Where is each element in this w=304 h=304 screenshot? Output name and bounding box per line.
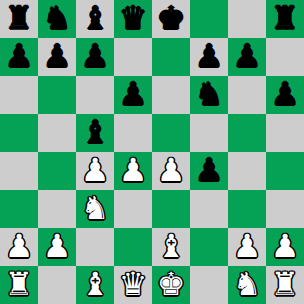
square-g3[interactable] [228,190,266,228]
black-knight[interactable]: ♞ [43,0,72,37]
square-a4[interactable] [0,152,38,190]
black-pawn[interactable]: ♟ [119,76,148,113]
black-pawn[interactable]: ♟ [81,38,110,75]
black-pawn[interactable]: ♟ [271,76,300,113]
square-g5[interactable] [228,114,266,152]
square-a2[interactable]: ♟ [0,228,38,266]
black-pawn[interactable]: ♟ [195,152,224,189]
black-pawn[interactable]: ♟ [5,38,34,75]
black-pawn[interactable]: ♟ [233,38,262,75]
square-a3[interactable] [0,190,38,228]
square-h1[interactable]: ♜ [266,266,304,304]
square-b2[interactable]: ♟ [38,228,76,266]
white-pawn[interactable]: ♟ [81,152,110,189]
white-king[interactable]: ♚ [157,266,186,303]
square-c4[interactable]: ♟ [76,152,114,190]
square-h2[interactable]: ♟ [266,228,304,266]
black-pawn[interactable]: ♟ [43,38,72,75]
square-g8[interactable] [228,0,266,38]
square-d5[interactable] [114,114,152,152]
square-f5[interactable] [190,114,228,152]
square-b7[interactable]: ♟ [38,38,76,76]
white-pawn[interactable]: ♟ [119,152,148,189]
square-d7[interactable] [114,38,152,76]
square-h3[interactable] [266,190,304,228]
square-g7[interactable]: ♟ [228,38,266,76]
square-g2[interactable]: ♟ [228,228,266,266]
white-pawn[interactable]: ♟ [43,228,72,265]
square-h6[interactable]: ♟ [266,76,304,114]
square-a1[interactable]: ♜ [0,266,38,304]
square-f3[interactable] [190,190,228,228]
white-queen[interactable]: ♛ [119,266,148,303]
square-c2[interactable] [76,228,114,266]
square-d6[interactable]: ♟ [114,76,152,114]
white-knight[interactable]: ♞ [233,266,262,303]
square-h4[interactable] [266,152,304,190]
square-d2[interactable] [114,228,152,266]
black-bishop[interactable]: ♝ [81,114,110,151]
square-c1[interactable]: ♝ [76,266,114,304]
square-e8[interactable]: ♚ [152,0,190,38]
square-b4[interactable] [38,152,76,190]
white-pawn[interactable]: ♟ [157,152,186,189]
square-f2[interactable] [190,228,228,266]
square-g4[interactable] [228,152,266,190]
white-rook[interactable]: ♜ [5,266,34,303]
black-queen[interactable]: ♛ [119,0,148,37]
chess-board: ♜♞♝♛♚♜♟♟♟♟♟♟♞♟♝♟♟♟♟♞♟♟♝♟♟♜♝♛♚♞♜ [0,0,304,304]
square-f6[interactable]: ♞ [190,76,228,114]
square-d3[interactable] [114,190,152,228]
square-b1[interactable] [38,266,76,304]
black-king[interactable]: ♚ [157,0,186,37]
black-bishop[interactable]: ♝ [81,0,110,37]
square-e1[interactable]: ♚ [152,266,190,304]
square-b6[interactable] [38,76,76,114]
square-h7[interactable] [266,38,304,76]
square-e2[interactable]: ♝ [152,228,190,266]
square-g6[interactable] [228,76,266,114]
square-d4[interactable]: ♟ [114,152,152,190]
square-d8[interactable]: ♛ [114,0,152,38]
square-c6[interactable] [76,76,114,114]
square-a8[interactable]: ♜ [0,0,38,38]
white-knight[interactable]: ♞ [81,190,110,227]
square-a6[interactable] [0,76,38,114]
square-a5[interactable] [0,114,38,152]
square-b5[interactable] [38,114,76,152]
white-pawn[interactable]: ♟ [271,228,300,265]
square-c7[interactable]: ♟ [76,38,114,76]
square-f4[interactable]: ♟ [190,152,228,190]
square-g1[interactable]: ♞ [228,266,266,304]
square-c8[interactable]: ♝ [76,0,114,38]
square-h8[interactable]: ♜ [266,0,304,38]
square-e4[interactable]: ♟ [152,152,190,190]
white-pawn[interactable]: ♟ [233,228,262,265]
white-bishop[interactable]: ♝ [157,228,186,265]
square-f7[interactable]: ♟ [190,38,228,76]
square-b8[interactable]: ♞ [38,0,76,38]
square-h5[interactable] [266,114,304,152]
square-e5[interactable] [152,114,190,152]
black-rook[interactable]: ♜ [271,0,300,37]
square-d1[interactable]: ♛ [114,266,152,304]
black-rook[interactable]: ♜ [5,0,34,37]
square-b3[interactable] [38,190,76,228]
square-e7[interactable] [152,38,190,76]
white-bishop[interactable]: ♝ [81,266,110,303]
white-rook[interactable]: ♜ [271,266,300,303]
square-e3[interactable] [152,190,190,228]
black-knight[interactable]: ♞ [195,76,224,113]
black-pawn[interactable]: ♟ [195,38,224,75]
square-f1[interactable] [190,266,228,304]
square-c5[interactable]: ♝ [76,114,114,152]
white-pawn[interactable]: ♟ [5,228,34,265]
square-a7[interactable]: ♟ [0,38,38,76]
square-e6[interactable] [152,76,190,114]
square-c3[interactable]: ♞ [76,190,114,228]
square-f8[interactable] [190,0,228,38]
